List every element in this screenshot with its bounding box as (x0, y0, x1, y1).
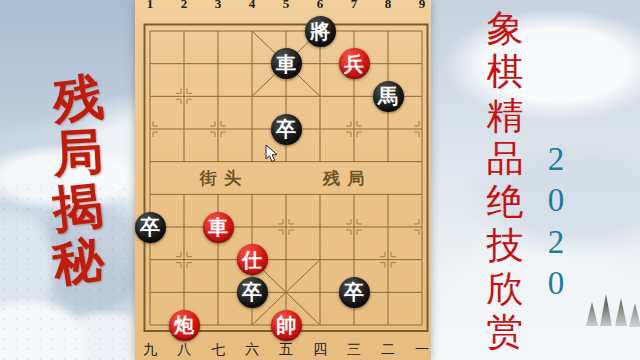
piece-black-f4r8[interactable]: 卒 (237, 277, 268, 308)
file-label-bottom-六: 六 (244, 341, 260, 359)
file-label-top-9: 9 (414, 0, 430, 12)
river-label-left: 街头 (200, 167, 248, 190)
piece-black-f7r8[interactable]: 卒 (339, 277, 370, 308)
piece-black-f1r6[interactable]: 卒 (135, 212, 166, 243)
piece-red-f7r1[interactable]: 兵 (339, 48, 370, 79)
file-label-bottom-八: 八 (176, 341, 192, 359)
file-label-bottom-一: 一 (414, 341, 430, 359)
title-char-0: 0 (538, 182, 574, 219)
piece-black-f5r3[interactable]: 卒 (271, 114, 302, 145)
title-char-0: 0 (538, 265, 574, 302)
file-label-bottom-二: 二 (380, 341, 396, 359)
title-char-2: 2 (538, 224, 574, 261)
file-label-bottom-九: 九 (142, 341, 158, 359)
title-char-赏: 赏 (483, 307, 527, 357)
file-label-top-6: 6 (312, 0, 328, 12)
river-label-right: 残局 (323, 167, 371, 190)
file-label-top-3: 3 (210, 0, 226, 12)
xiangqi-board: 123456789 九八七六五四三二一 街头 残局 將車兵馬卒卒車仕卒卒炮帥 (135, 0, 431, 360)
piece-black-f5r1[interactable]: 車 (271, 48, 302, 79)
file-label-bottom-七: 七 (210, 341, 226, 359)
file-label-top-2: 2 (176, 0, 192, 12)
piece-black-f6r0[interactable]: 將 (305, 16, 336, 47)
file-label-top-7: 7 (346, 0, 362, 12)
title-char-秘: 秘 (35, 222, 121, 300)
file-label-top-1: 1 (142, 0, 158, 12)
file-label-top-8: 8 (380, 0, 396, 12)
piece-red-f2r9[interactable]: 炮 (169, 310, 200, 341)
title-char-2: 2 (538, 141, 574, 178)
video-thumbnail-stage: 123456789 九八七六五四三二一 街头 残局 將車兵馬卒卒車仕卒卒炮帥 残… (0, 0, 640, 360)
piece-red-f3r6[interactable]: 車 (203, 212, 234, 243)
piece-red-f4r7[interactable]: 仕 (237, 244, 268, 275)
file-label-bottom-三: 三 (346, 341, 362, 359)
file-label-top-4: 4 (244, 0, 260, 12)
piece-black-f8r2[interactable]: 馬 (373, 81, 404, 112)
file-label-bottom-五: 五 (278, 341, 294, 359)
mouse-cursor-icon (265, 144, 279, 163)
file-label-bottom-四: 四 (312, 341, 328, 359)
file-label-top-5: 5 (278, 0, 294, 12)
fog-overlay (430, 305, 640, 360)
piece-red-f5r9[interactable]: 帥 (271, 310, 302, 341)
